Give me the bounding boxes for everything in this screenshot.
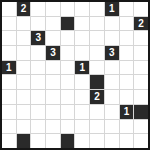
cell-r9c1[interactable]: [2, 120, 16, 134]
cell-r9c4[interactable]: [46, 120, 60, 134]
clue-cell-r4c8: 3: [105, 46, 119, 60]
cell-r4c5[interactable]: [61, 46, 75, 60]
cell-r7c8[interactable]: [105, 90, 119, 104]
cell-r10c7[interactable]: [90, 134, 104, 148]
cell-r2c1[interactable]: [2, 17, 16, 31]
cell-r5c10[interactable]: [134, 61, 148, 75]
puzzle-board-area: 2123331121: [0, 0, 150, 150]
cell-r1c10[interactable]: [134, 2, 148, 16]
cell-r2c9[interactable]: [120, 17, 134, 31]
shaded-cell-r8c10[interactable]: [134, 105, 148, 119]
clue-cell-r2c10: 2: [134, 17, 148, 31]
shaded-cell-r6c7[interactable]: [90, 75, 104, 89]
cell-r7c3[interactable]: [31, 90, 45, 104]
cell-r2c7[interactable]: [90, 17, 104, 31]
cell-r3c5[interactable]: [61, 31, 75, 45]
cell-r5c2[interactable]: [17, 61, 31, 75]
cell-r3c1[interactable]: [2, 31, 16, 45]
cell-r6c8[interactable]: [105, 75, 119, 89]
cell-r5c4[interactable]: [46, 61, 60, 75]
cell-r2c8[interactable]: [105, 17, 119, 31]
cell-r1c6[interactable]: [75, 2, 89, 16]
cell-r8c6[interactable]: [75, 105, 89, 119]
cell-r10c1[interactable]: [2, 134, 16, 148]
clue-number: 1: [124, 107, 130, 117]
cell-r1c9[interactable]: [120, 2, 134, 16]
clue-number: 1: [109, 4, 115, 14]
clue-cell-r4c4: 3: [46, 46, 60, 60]
cell-r8c7[interactable]: [90, 105, 104, 119]
cell-r4c10[interactable]: [134, 46, 148, 60]
cell-r3c10[interactable]: [134, 31, 148, 45]
cell-r9c6[interactable]: [75, 120, 89, 134]
cell-r8c5[interactable]: [61, 105, 75, 119]
cell-r8c8[interactable]: [105, 105, 119, 119]
cell-r8c3[interactable]: [31, 105, 45, 119]
clue-number: 3: [109, 48, 115, 58]
cell-r7c10[interactable]: [134, 90, 148, 104]
cell-r2c3[interactable]: [31, 17, 45, 31]
cell-r6c6[interactable]: [75, 75, 89, 89]
clue-cell-r3c3: 3: [31, 31, 45, 45]
clue-cell-r1c2: 2: [17, 2, 31, 16]
cell-r6c3[interactable]: [31, 75, 45, 89]
cell-r2c2[interactable]: [17, 17, 31, 31]
cell-r8c1[interactable]: [2, 105, 16, 119]
cell-r10c4[interactable]: [46, 134, 60, 148]
clue-number: 3: [50, 48, 56, 58]
cell-r3c6[interactable]: [75, 31, 89, 45]
cell-r9c9[interactable]: [120, 120, 134, 134]
cell-r4c2[interactable]: [17, 46, 31, 60]
cell-r6c1[interactable]: [2, 75, 16, 89]
cell-r1c3[interactable]: [31, 2, 45, 16]
cell-r6c5[interactable]: [61, 75, 75, 89]
cell-r3c8[interactable]: [105, 31, 119, 45]
cell-r7c5[interactable]: [61, 90, 75, 104]
cell-r10c6[interactable]: [75, 134, 89, 148]
clue-number: 2: [94, 92, 100, 102]
shaded-cell-r2c5[interactable]: [61, 17, 75, 31]
cell-r2c6[interactable]: [75, 17, 89, 31]
cell-r1c4[interactable]: [46, 2, 60, 16]
clue-cell-r8c9: 1: [120, 105, 134, 119]
clue-number: 2: [21, 4, 27, 14]
cell-r3c7[interactable]: [90, 31, 104, 45]
cell-r9c2[interactable]: [17, 120, 31, 134]
clue-cell-r7c7: 2: [90, 90, 104, 104]
cell-r5c5[interactable]: [61, 61, 75, 75]
cell-r6c2[interactable]: [17, 75, 31, 89]
clue-cell-r1c8: 1: [105, 2, 119, 16]
cell-r1c1[interactable]: [2, 2, 16, 16]
cell-r7c6[interactable]: [75, 90, 89, 104]
cell-r4c7[interactable]: [90, 46, 104, 60]
cell-r6c9[interactable]: [120, 75, 134, 89]
cell-r7c4[interactable]: [46, 90, 60, 104]
cell-r9c10[interactable]: [134, 120, 148, 134]
cell-r1c7[interactable]: [90, 2, 104, 16]
cell-r8c2[interactable]: [17, 105, 31, 119]
cell-r3c2[interactable]: [17, 31, 31, 45]
clue-cell-r5c6: 1: [75, 61, 89, 75]
cell-r4c1[interactable]: [2, 46, 16, 60]
cell-r6c4[interactable]: [46, 75, 60, 89]
cell-r4c9[interactable]: [120, 46, 134, 60]
cell-r3c4[interactable]: [46, 31, 60, 45]
cell-r1c5[interactable]: [61, 2, 75, 16]
cell-r10c3[interactable]: [31, 134, 45, 148]
cell-r3c9[interactable]: [120, 31, 134, 45]
clue-number: 2: [138, 19, 144, 29]
clue-number: 1: [6, 63, 12, 73]
cell-r7c9[interactable]: [120, 90, 134, 104]
cell-r9c3[interactable]: [31, 120, 45, 134]
puzzle-board: 2123331121: [0, 0, 150, 150]
cell-r4c6[interactable]: [75, 46, 89, 60]
cell-r7c1[interactable]: [2, 90, 16, 104]
clue-number: 3: [35, 33, 41, 43]
cell-r9c5[interactable]: [61, 120, 75, 134]
cell-r2c4[interactable]: [46, 17, 60, 31]
cell-r5c9[interactable]: [120, 61, 134, 75]
cell-r6c10[interactable]: [134, 75, 148, 89]
cell-r5c8[interactable]: [105, 61, 119, 75]
clue-cell-r5c1: 1: [2, 61, 16, 75]
clue-number: 1: [80, 63, 86, 73]
shaded-cell-r10c2[interactable]: [17, 134, 31, 148]
cell-r9c7[interactable]: [90, 120, 104, 134]
cell-r5c3[interactable]: [31, 61, 45, 75]
cell-r7c2[interactable]: [17, 90, 31, 104]
cell-r8c4[interactable]: [46, 105, 60, 119]
cell-r10c10[interactable]: [134, 134, 148, 148]
cell-r10c9[interactable]: [120, 134, 134, 148]
shaded-cell-r10c5[interactable]: [61, 134, 75, 148]
cell-r10c8[interactable]: [105, 134, 119, 148]
cell-r5c7[interactable]: [90, 61, 104, 75]
cell-r4c3[interactable]: [31, 46, 45, 60]
cell-r9c8[interactable]: [105, 120, 119, 134]
